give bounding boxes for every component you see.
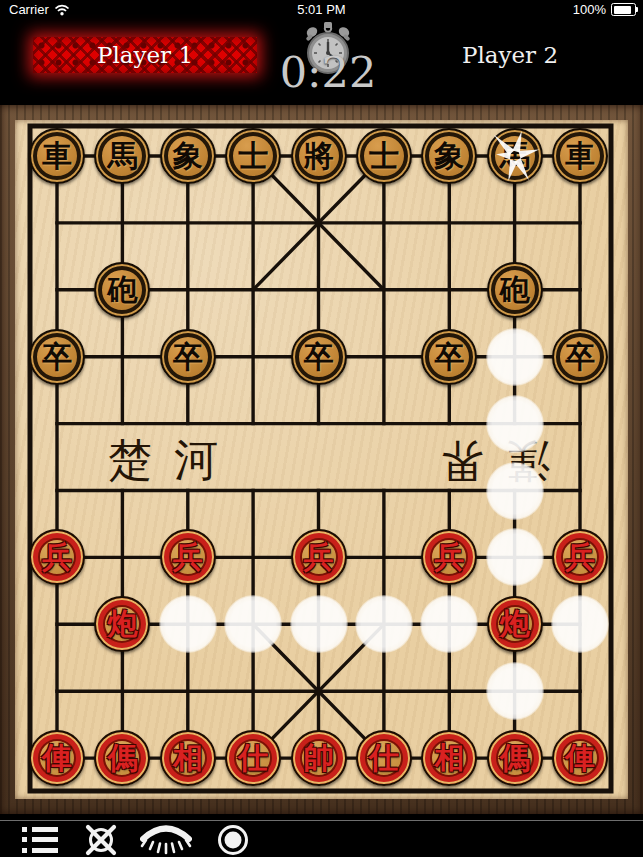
piece-red-soldier-a4[interactable]: 兵 [29, 529, 85, 585]
battery-icon [611, 3, 636, 16]
player1-label: Player 1 [97, 42, 193, 68]
player1-turn-banner: Player 1 [33, 37, 257, 73]
river-label-chu-he: 楚河 [108, 431, 240, 490]
piece-red-soldier-e4[interactable]: 兵 [291, 529, 347, 585]
piece-black-soldier-a7[interactable]: 卒 [29, 329, 85, 385]
legal-move-dot-h6[interactable] [486, 395, 544, 453]
game-clock: 0:22 [266, 20, 390, 105]
piece-red-elephant-g1[interactable]: 相 [421, 730, 477, 786]
game-header: Player 1 [0, 20, 643, 105]
app-screen: Carrier 5:01 PM 100% Player 1 [0, 0, 643, 857]
piece-black-elephant-g10[interactable]: 象 [421, 128, 477, 184]
piece-black-chariot-a10[interactable]: 車 [29, 128, 85, 184]
move-list-icon[interactable] [22, 827, 60, 853]
legal-move-dot-e3[interactable] [290, 595, 348, 653]
piece-red-advisor-d1[interactable]: 仕 [225, 730, 281, 786]
piece-red-soldier-i4[interactable]: 兵 [552, 529, 608, 585]
piece-red-soldier-c4[interactable]: 兵 [160, 529, 216, 585]
piece-black-elephant-c10[interactable]: 象 [160, 128, 216, 184]
legal-move-dot-h7[interactable] [486, 328, 544, 386]
piece-red-chariot-a1[interactable]: 俥 [29, 730, 85, 786]
legal-move-dot-h5[interactable] [486, 462, 544, 520]
legal-move-dot-i3[interactable] [551, 595, 609, 653]
eye-icon[interactable] [140, 825, 192, 855]
status-bar: Carrier 5:01 PM 100% [0, 0, 643, 20]
player2-label: Player 2 [430, 42, 590, 68]
piece-black-horse-h10[interactable]: 馬 [487, 128, 543, 184]
piece-red-chariot-i1[interactable]: 俥 [552, 730, 608, 786]
piece-black-cannon-h8[interactable]: 砲 [487, 262, 543, 318]
legal-move-dot-h2[interactable] [486, 662, 544, 720]
piece-black-soldier-i7[interactable]: 卒 [552, 329, 608, 385]
piece-black-soldier-c7[interactable]: 卒 [160, 329, 216, 385]
bottom-toolbar [0, 820, 643, 857]
legal-move-dot-c3[interactable] [159, 595, 217, 653]
piece-red-elephant-c1[interactable]: 相 [160, 730, 216, 786]
legal-move-dot-f3[interactable] [355, 595, 413, 653]
piece-black-advisor-d10[interactable]: 士 [225, 128, 281, 184]
piece-black-advisor-f10[interactable]: 士 [356, 128, 412, 184]
crossed-circle-icon[interactable] [84, 823, 118, 857]
piece-black-soldier-e7[interactable]: 卒 [291, 329, 347, 385]
piece-red-general-e1[interactable]: 帥 [291, 730, 347, 786]
piece-black-soldier-g7[interactable]: 卒 [421, 329, 477, 385]
piece-red-cannon-h3[interactable]: 炮 [487, 596, 543, 652]
piece-black-cannon-b8[interactable]: 砲 [94, 262, 150, 318]
piece-black-chariot-i10[interactable]: 車 [552, 128, 608, 184]
clock-time-statusbar: 5:01 PM [0, 2, 643, 17]
legal-move-dot-h4[interactable] [486, 528, 544, 586]
piece-red-horse-h1[interactable]: 傌 [487, 730, 543, 786]
piece-black-general-e10[interactable]: 將 [291, 128, 347, 184]
clock-countdown: 0:22 [266, 47, 390, 97]
battery-percent: 100% [573, 2, 606, 17]
ring-icon[interactable] [216, 823, 250, 857]
piece-black-horse-b10[interactable]: 馬 [94, 128, 150, 184]
piece-red-advisor-f1[interactable]: 仕 [356, 730, 412, 786]
